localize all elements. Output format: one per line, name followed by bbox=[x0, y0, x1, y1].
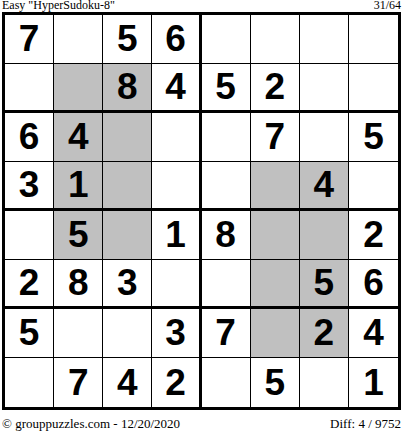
cell-r4c2[interactable]: 1 bbox=[54, 162, 103, 211]
cell-r7c1[interactable]: 5 bbox=[5, 309, 54, 358]
cell-r8c6[interactable]: 5 bbox=[251, 358, 300, 407]
cell-r2c8[interactable] bbox=[349, 64, 398, 113]
cell-r2c6[interactable]: 2 bbox=[251, 64, 300, 113]
cell-r5c1[interactable] bbox=[5, 211, 54, 260]
cell-r4c4[interactable] bbox=[152, 162, 201, 211]
cell-r1c8[interactable] bbox=[349, 15, 398, 64]
cell-r8c5[interactable] bbox=[202, 358, 251, 407]
cell-r3c8[interactable]: 5 bbox=[349, 113, 398, 162]
cell-r3c5[interactable] bbox=[202, 113, 251, 162]
cell-r1c5[interactable] bbox=[202, 15, 251, 64]
cell-r1c7[interactable] bbox=[300, 15, 349, 64]
cell-r1c3[interactable]: 5 bbox=[103, 15, 152, 64]
cell-r4c7[interactable]: 4 bbox=[300, 162, 349, 211]
cell-r2c5[interactable]: 5 bbox=[202, 64, 251, 113]
cell-r6c6[interactable] bbox=[251, 260, 300, 309]
difficulty-text: Diff: 4 / 9752 bbox=[330, 416, 401, 431]
cell-r8c7[interactable] bbox=[300, 358, 349, 407]
cell-r2c2[interactable] bbox=[54, 64, 103, 113]
cell-r8c3[interactable]: 4 bbox=[103, 358, 152, 407]
puzzle-page: Easy "HyperSudoku-8" 31/64 7568452647531… bbox=[0, 0, 403, 437]
cell-r3c2[interactable]: 4 bbox=[54, 113, 103, 162]
cell-r7c4[interactable]: 3 bbox=[152, 309, 201, 358]
cell-r2c1[interactable] bbox=[5, 64, 54, 113]
cell-r3c7[interactable] bbox=[300, 113, 349, 162]
cell-r7c7[interactable]: 2 bbox=[300, 309, 349, 358]
cell-r1c2[interactable] bbox=[54, 15, 103, 64]
cell-r6c2[interactable]: 8 bbox=[54, 260, 103, 309]
cell-r4c5[interactable] bbox=[202, 162, 251, 211]
header: Easy "HyperSudoku-8" 31/64 bbox=[2, 0, 401, 12]
cell-r5c4[interactable]: 1 bbox=[152, 211, 201, 260]
cell-r6c3[interactable]: 3 bbox=[103, 260, 152, 309]
cell-r5c6[interactable] bbox=[251, 211, 300, 260]
puzzle-title: Easy "HyperSudoku-8" bbox=[2, 0, 115, 12]
cell-r4c6[interactable] bbox=[251, 162, 300, 211]
cell-r5c3[interactable] bbox=[103, 211, 152, 260]
cell-r8c8[interactable]: 1 bbox=[349, 358, 398, 407]
cell-r4c8[interactable] bbox=[349, 162, 398, 211]
cell-r7c6[interactable] bbox=[251, 309, 300, 358]
cell-r1c4[interactable]: 6 bbox=[152, 15, 201, 64]
cell-r8c1[interactable] bbox=[5, 358, 54, 407]
cell-r6c8[interactable]: 6 bbox=[349, 260, 398, 309]
cell-r7c5[interactable]: 7 bbox=[202, 309, 251, 358]
cell-r6c4[interactable] bbox=[152, 260, 201, 309]
copyright-text: © grouppuzzles.com - 12/20/2020 bbox=[2, 416, 180, 431]
footer: © grouppuzzles.com - 12/20/2020 Diff: 4 … bbox=[2, 416, 401, 431]
cell-r3c6[interactable]: 7 bbox=[251, 113, 300, 162]
cell-r3c3[interactable] bbox=[103, 113, 152, 162]
cell-r4c1[interactable]: 3 bbox=[5, 162, 54, 211]
cell-r3c1[interactable]: 6 bbox=[5, 113, 54, 162]
cell-r7c2[interactable] bbox=[54, 309, 103, 358]
cell-r2c4[interactable]: 4 bbox=[152, 64, 201, 113]
cell-r8c4[interactable]: 2 bbox=[152, 358, 201, 407]
cell-r3c4[interactable] bbox=[152, 113, 201, 162]
cell-r5c2[interactable]: 5 bbox=[54, 211, 103, 260]
cell-r7c8[interactable]: 4 bbox=[349, 309, 398, 358]
sudoku-board: 756845264753145182283565372474251 bbox=[2, 12, 401, 410]
cell-r8c2[interactable]: 7 bbox=[54, 358, 103, 407]
cell-r5c5[interactable]: 8 bbox=[202, 211, 251, 260]
cell-r1c1[interactable]: 7 bbox=[5, 15, 54, 64]
cell-r5c7[interactable] bbox=[300, 211, 349, 260]
cell-r6c7[interactable]: 5 bbox=[300, 260, 349, 309]
cell-r2c3[interactable]: 8 bbox=[103, 64, 152, 113]
cell-r7c3[interactable] bbox=[103, 309, 152, 358]
cell-r2c7[interactable] bbox=[300, 64, 349, 113]
cell-r6c5[interactable] bbox=[202, 260, 251, 309]
clue-counter: 31/64 bbox=[374, 0, 401, 12]
cell-r4c3[interactable] bbox=[103, 162, 152, 211]
cell-r5c8[interactable]: 2 bbox=[349, 211, 398, 260]
cell-r1c6[interactable] bbox=[251, 15, 300, 64]
cell-r6c1[interactable]: 2 bbox=[5, 260, 54, 309]
